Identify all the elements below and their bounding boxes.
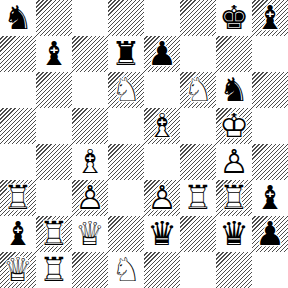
- square-b8[interactable]: [36, 0, 72, 36]
- piece-white-pawn: ♙: [216, 144, 252, 180]
- piece-black-bishop: ♝: [252, 180, 288, 216]
- piece-backing: ♟: [216, 144, 252, 180]
- square-f1[interactable]: [180, 252, 216, 288]
- square-c5[interactable]: [72, 108, 108, 144]
- piece-backing: ♜: [0, 180, 36, 216]
- square-c8[interactable]: [72, 0, 108, 36]
- square-c6[interactable]: [72, 72, 108, 108]
- square-a7[interactable]: [0, 36, 36, 72]
- square-f4[interactable]: [180, 144, 216, 180]
- piece-backing: ♟: [144, 180, 180, 216]
- square-b7[interactable]: ♝♝: [36, 36, 72, 72]
- piece-backing: ♝: [0, 216, 36, 252]
- square-f2[interactable]: [180, 216, 216, 252]
- square-h3[interactable]: ♝♝: [252, 180, 288, 216]
- square-g1[interactable]: [216, 252, 252, 288]
- square-b2[interactable]: ♜♖: [36, 216, 72, 252]
- square-e5[interactable]: ♝♗: [144, 108, 180, 144]
- piece-backing: ♛: [72, 216, 108, 252]
- piece-white-rook: ♖: [180, 180, 216, 216]
- piece-backing: ♜: [216, 180, 252, 216]
- square-f3[interactable]: ♜♖: [180, 180, 216, 216]
- piece-backing: ♝: [252, 0, 288, 36]
- square-a8[interactable]: ♞♞: [0, 0, 36, 36]
- square-g5[interactable]: ♚♔: [216, 108, 252, 144]
- piece-backing: ♞: [108, 252, 144, 288]
- piece-backing: ♝: [72, 144, 108, 180]
- piece-white-rook: ♖: [36, 252, 72, 288]
- piece-black-bishop: ♝: [36, 36, 72, 72]
- square-d3[interactable]: [108, 180, 144, 216]
- square-g8[interactable]: ♚♚: [216, 0, 252, 36]
- square-d8[interactable]: [108, 0, 144, 36]
- piece-white-queen: ♕: [0, 252, 36, 288]
- piece-black-queen: ♛: [216, 216, 252, 252]
- piece-backing: ♟: [252, 216, 288, 252]
- chess-board: ♞♞♚♚♝♝♝♝♜♜♟♟♞♘♞♘♞♞♝♗♚♔♝♗♟♙♜♖♟♙♟♙♜♖♜♖♝♝♝♝…: [0, 0, 288, 288]
- square-f5[interactable]: [180, 108, 216, 144]
- square-c2[interactable]: ♛♕: [72, 216, 108, 252]
- piece-backing: ♞: [180, 72, 216, 108]
- piece-white-pawn: ♙: [72, 180, 108, 216]
- piece-white-queen: ♕: [72, 216, 108, 252]
- square-e1[interactable]: [144, 252, 180, 288]
- square-a5[interactable]: [0, 108, 36, 144]
- square-a4[interactable]: [0, 144, 36, 180]
- piece-backing: ♛: [216, 216, 252, 252]
- piece-backing: ♜: [108, 36, 144, 72]
- square-a1[interactable]: ♛♕: [0, 252, 36, 288]
- piece-white-rook: ♖: [216, 180, 252, 216]
- piece-black-knight: ♞: [0, 0, 36, 36]
- square-g2[interactable]: ♛♛: [216, 216, 252, 252]
- piece-white-knight: ♘: [180, 72, 216, 108]
- square-g3[interactable]: ♜♖: [216, 180, 252, 216]
- piece-white-king: ♔: [216, 108, 252, 144]
- square-a3[interactable]: ♜♖: [0, 180, 36, 216]
- piece-backing: ♟: [72, 180, 108, 216]
- square-h2[interactable]: ♟♟: [252, 216, 288, 252]
- piece-white-pawn: ♙: [144, 180, 180, 216]
- piece-backing: ♜: [180, 180, 216, 216]
- square-d6[interactable]: ♞♘: [108, 72, 144, 108]
- square-e6[interactable]: [144, 72, 180, 108]
- square-c7[interactable]: [72, 36, 108, 72]
- square-e3[interactable]: ♟♙: [144, 180, 180, 216]
- piece-backing: ♜: [36, 216, 72, 252]
- square-c1[interactable]: [72, 252, 108, 288]
- square-a6[interactable]: [0, 72, 36, 108]
- piece-backing: ♟: [144, 36, 180, 72]
- piece-backing: ♝: [252, 180, 288, 216]
- square-a2[interactable]: ♝♝: [0, 216, 36, 252]
- piece-white-rook: ♖: [36, 216, 72, 252]
- piece-white-bishop: ♗: [72, 144, 108, 180]
- piece-backing: ♞: [0, 0, 36, 36]
- square-g7[interactable]: [216, 36, 252, 72]
- square-e2[interactable]: ♛♛: [144, 216, 180, 252]
- piece-black-bishop: ♝: [252, 0, 288, 36]
- square-d7[interactable]: ♜♜: [108, 36, 144, 72]
- piece-white-knight: ♘: [108, 72, 144, 108]
- square-d4[interactable]: [108, 144, 144, 180]
- square-e8[interactable]: [144, 0, 180, 36]
- square-h6[interactable]: [252, 72, 288, 108]
- piece-black-bishop: ♝: [0, 216, 36, 252]
- square-d1[interactable]: ♞♘: [108, 252, 144, 288]
- square-e7[interactable]: ♟♟: [144, 36, 180, 72]
- square-h7[interactable]: [252, 36, 288, 72]
- square-d5[interactable]: [108, 108, 144, 144]
- square-e4[interactable]: [144, 144, 180, 180]
- piece-backing: ♚: [216, 108, 252, 144]
- piece-black-knight: ♞: [216, 72, 252, 108]
- piece-backing: ♞: [108, 72, 144, 108]
- piece-backing: ♝: [144, 108, 180, 144]
- piece-white-rook: ♖: [0, 180, 36, 216]
- piece-black-queen: ♛: [144, 216, 180, 252]
- square-c3[interactable]: ♟♙: [72, 180, 108, 216]
- square-d2[interactable]: [108, 216, 144, 252]
- piece-black-rook: ♜: [108, 36, 144, 72]
- piece-backing: ♝: [36, 36, 72, 72]
- square-f6[interactable]: ♞♘: [180, 72, 216, 108]
- piece-backing: ♞: [216, 72, 252, 108]
- square-h8[interactable]: ♝♝: [252, 0, 288, 36]
- square-b5[interactable]: [36, 108, 72, 144]
- square-b1[interactable]: ♜♖: [36, 252, 72, 288]
- piece-backing: ♛: [144, 216, 180, 252]
- square-g4[interactable]: ♟♙: [216, 144, 252, 180]
- square-f8[interactable]: [180, 0, 216, 36]
- piece-white-bishop: ♗: [144, 108, 180, 144]
- square-b6[interactable]: [36, 72, 72, 108]
- square-b4[interactable]: [36, 144, 72, 180]
- piece-backing: ♜: [36, 252, 72, 288]
- piece-backing: ♚: [216, 0, 252, 36]
- piece-white-knight: ♘: [108, 252, 144, 288]
- square-g6[interactable]: ♞♞: [216, 72, 252, 108]
- piece-black-pawn: ♟: [252, 216, 288, 252]
- square-h5[interactable]: [252, 108, 288, 144]
- square-h4[interactable]: [252, 144, 288, 180]
- square-h1[interactable]: [252, 252, 288, 288]
- square-f7[interactable]: [180, 36, 216, 72]
- square-c4[interactable]: ♝♗: [72, 144, 108, 180]
- piece-black-king: ♚: [216, 0, 252, 36]
- piece-backing: ♛: [0, 252, 36, 288]
- piece-black-pawn: ♟: [144, 36, 180, 72]
- square-b3[interactable]: [36, 180, 72, 216]
